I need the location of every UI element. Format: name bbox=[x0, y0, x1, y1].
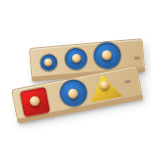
wooden-knob bbox=[29, 95, 41, 107]
wooden-knob bbox=[101, 50, 112, 61]
red-square-piece bbox=[20, 87, 50, 117]
brand-stamp bbox=[134, 56, 140, 60]
brand-stamp bbox=[125, 80, 131, 84]
blue-circle-large-piece bbox=[92, 41, 121, 70]
wooden-knob bbox=[99, 79, 110, 90]
blue-circle-piece bbox=[57, 77, 89, 109]
blue-circle-medium-piece bbox=[64, 47, 88, 71]
blue-circle-small-piece bbox=[39, 53, 57, 71]
yellow-triangle-piece bbox=[86, 71, 122, 103]
wooden-knob bbox=[44, 58, 53, 67]
wooden-knob bbox=[67, 87, 79, 99]
product-photo-scene bbox=[0, 0, 151, 151]
wooden-knob bbox=[71, 54, 81, 64]
